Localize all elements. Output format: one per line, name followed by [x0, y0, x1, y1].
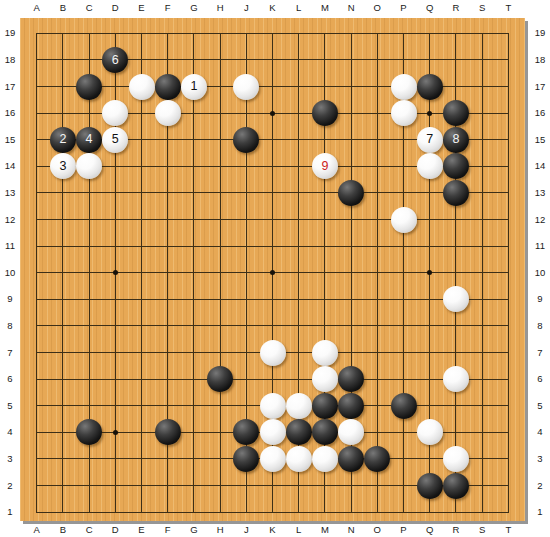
row-label-left-4: 4	[0, 426, 20, 438]
black-stone-N13	[338, 180, 364, 206]
white-stone-P16	[391, 100, 417, 126]
black-stone-C15: 4	[76, 127, 102, 153]
white-stone-Q14	[417, 153, 443, 179]
black-stone-J15	[233, 127, 259, 153]
black-stone-L4	[286, 419, 312, 445]
row-label-left-9: 9	[0, 293, 20, 305]
column-label-top-F: F	[158, 2, 178, 14]
black-stone-R15: 8	[443, 127, 469, 153]
white-stone-L3	[286, 446, 312, 472]
column-label-top-M: M	[315, 2, 335, 14]
white-stone-R9	[443, 286, 469, 312]
white-stone-C14	[76, 153, 102, 179]
move-number-label-5: 5	[102, 127, 128, 153]
column-label-top-T: T	[498, 2, 518, 14]
row-label-left-12: 12	[0, 214, 20, 226]
column-label-top-D: D	[105, 2, 125, 14]
star-point-K16	[270, 111, 275, 116]
white-stone-D16	[102, 100, 128, 126]
row-label-left-6: 6	[0, 373, 20, 385]
black-stone-R2	[443, 473, 469, 499]
grid-line-vertical	[482, 33, 483, 513]
white-stone-K7	[260, 340, 286, 366]
white-stone-M7	[312, 340, 338, 366]
column-label-top-P: P	[394, 2, 414, 14]
column-label-bottom-J: J	[236, 524, 256, 536]
column-label-top-R: R	[446, 2, 466, 14]
row-label-right-4: 4	[530, 426, 550, 438]
column-label-bottom-N: N	[341, 524, 361, 536]
row-label-right-12: 12	[530, 214, 550, 226]
row-label-right-11: 11	[530, 240, 550, 252]
white-stone-K5	[260, 393, 286, 419]
row-label-right-1: 1	[530, 506, 550, 518]
row-label-right-16: 16	[530, 107, 550, 119]
column-label-top-S: S	[472, 2, 492, 14]
column-label-top-Q: Q	[420, 2, 440, 14]
grid-line-vertical	[377, 33, 378, 513]
white-stone-K4	[260, 419, 286, 445]
black-stone-Q2	[417, 473, 443, 499]
column-label-bottom-C: C	[79, 524, 99, 536]
column-label-top-A: A	[27, 2, 47, 14]
white-stone-P12	[391, 207, 417, 233]
white-stone-J17	[233, 74, 259, 100]
grid-line-horizontal	[36, 325, 509, 326]
white-stone-M6	[312, 366, 338, 392]
row-label-left-19: 19	[0, 27, 20, 39]
white-stone-M3	[312, 446, 338, 472]
black-stone-N3	[338, 446, 364, 472]
column-label-bottom-H: H	[210, 524, 230, 536]
white-stone-F16	[155, 100, 181, 126]
column-label-top-E: E	[132, 2, 152, 14]
column-label-bottom-O: O	[367, 524, 387, 536]
column-label-top-N: N	[341, 2, 361, 14]
white-stone-R3	[443, 446, 469, 472]
column-label-top-K: K	[263, 2, 283, 14]
black-stone-C4	[76, 419, 102, 445]
move-number-label-8: 8	[443, 127, 469, 153]
white-stone-N4	[338, 419, 364, 445]
white-stone-K3	[260, 446, 286, 472]
row-label-right-14: 14	[530, 160, 550, 172]
row-label-left-13: 13	[0, 187, 20, 199]
row-label-left-8: 8	[0, 320, 20, 332]
move-number-label-4: 4	[76, 127, 102, 153]
column-label-bottom-A: A	[27, 524, 47, 536]
column-label-bottom-B: B	[53, 524, 73, 536]
column-label-top-B: B	[53, 2, 73, 14]
go-diagram-page: 612457839 AABBCCDDEEFFGGHHJJKKLLMMNNOOPP…	[0, 0, 550, 537]
move-number-label-1: 1	[181, 74, 207, 100]
row-label-right-13: 13	[530, 187, 550, 199]
row-label-left-2: 2	[0, 480, 20, 492]
black-stone-R13	[443, 180, 469, 206]
grid-line-horizontal	[36, 379, 509, 380]
black-stone-H6	[207, 366, 233, 392]
column-label-bottom-T: T	[498, 524, 518, 536]
black-stone-P5	[391, 393, 417, 419]
black-stone-D18: 6	[102, 47, 128, 73]
column-label-bottom-S: S	[472, 524, 492, 536]
move-number-label-6: 6	[102, 47, 128, 73]
star-point-D10	[113, 270, 118, 275]
white-stone-B14: 3	[50, 153, 76, 179]
grid-line-vertical	[508, 33, 509, 513]
column-label-bottom-E: E	[132, 524, 152, 536]
row-label-left-14: 14	[0, 160, 20, 172]
move-number-label-3: 3	[50, 153, 76, 179]
black-stone-J4	[233, 419, 259, 445]
black-stone-J3	[233, 446, 259, 472]
black-stone-O3	[364, 446, 390, 472]
row-label-right-3: 3	[530, 453, 550, 465]
row-label-left-7: 7	[0, 347, 20, 359]
column-label-bottom-Q: Q	[420, 524, 440, 536]
star-point-K10	[270, 270, 275, 275]
black-stone-C17	[76, 74, 102, 100]
column-label-bottom-L: L	[289, 524, 309, 536]
column-label-bottom-P: P	[394, 524, 414, 536]
black-stone-N5	[338, 393, 364, 419]
move-number-label-9: 9	[312, 153, 338, 179]
column-label-top-G: G	[184, 2, 204, 14]
row-label-right-18: 18	[530, 54, 550, 66]
white-stone-E17	[129, 74, 155, 100]
row-label-right-6: 6	[530, 373, 550, 385]
row-label-right-5: 5	[530, 400, 550, 412]
white-stone-M14: 9	[312, 153, 338, 179]
row-label-left-16: 16	[0, 107, 20, 119]
row-label-left-15: 15	[0, 134, 20, 146]
white-stone-Q4	[417, 419, 443, 445]
row-label-left-3: 3	[0, 453, 20, 465]
move-number-label-2: 2	[50, 127, 76, 153]
black-stone-F4	[155, 419, 181, 445]
black-stone-M5	[312, 393, 338, 419]
column-label-bottom-M: M	[315, 524, 335, 536]
white-stone-L5	[286, 393, 312, 419]
column-label-bottom-K: K	[263, 524, 283, 536]
black-stone-R16	[443, 100, 469, 126]
goban-surface[interactable]: 612457839	[20, 18, 525, 521]
column-label-top-J: J	[236, 2, 256, 14]
black-stone-R14	[443, 153, 469, 179]
row-label-left-1: 1	[0, 506, 20, 518]
row-label-right-7: 7	[530, 347, 550, 359]
row-label-left-17: 17	[0, 81, 20, 93]
white-stone-D15: 5	[102, 127, 128, 153]
black-stone-Q17	[417, 74, 443, 100]
row-label-right-2: 2	[530, 480, 550, 492]
move-number-label-7: 7	[417, 127, 443, 153]
row-label-right-19: 19	[530, 27, 550, 39]
black-stone-F17	[155, 74, 181, 100]
grid-line-horizontal	[36, 299, 509, 300]
column-label-bottom-G: G	[184, 524, 204, 536]
column-label-top-C: C	[79, 2, 99, 14]
black-stone-M16	[312, 100, 338, 126]
row-label-left-10: 10	[0, 267, 20, 279]
row-label-right-17: 17	[530, 81, 550, 93]
star-point-D4	[113, 430, 118, 435]
column-label-bottom-R: R	[446, 524, 466, 536]
column-label-top-L: L	[289, 2, 309, 14]
row-label-right-9: 9	[530, 293, 550, 305]
row-label-left-11: 11	[0, 240, 20, 252]
white-stone-P17	[391, 74, 417, 100]
black-stone-N6	[338, 366, 364, 392]
row-label-left-5: 5	[0, 400, 20, 412]
row-label-right-10: 10	[530, 267, 550, 279]
row-label-right-8: 8	[530, 320, 550, 332]
white-stone-Q15: 7	[417, 127, 443, 153]
star-point-Q10	[427, 270, 432, 275]
column-label-bottom-F: F	[158, 524, 178, 536]
row-label-right-15: 15	[530, 134, 550, 146]
grid-line-horizontal	[36, 512, 509, 513]
column-label-top-H: H	[210, 2, 230, 14]
white-stone-R6	[443, 366, 469, 392]
star-point-Q16	[427, 111, 432, 116]
column-label-top-O: O	[367, 2, 387, 14]
row-label-left-18: 18	[0, 54, 20, 66]
black-stone-B15: 2	[50, 127, 76, 153]
column-label-bottom-D: D	[105, 524, 125, 536]
black-stone-M4	[312, 419, 338, 445]
white-stone-G17: 1	[181, 74, 207, 100]
